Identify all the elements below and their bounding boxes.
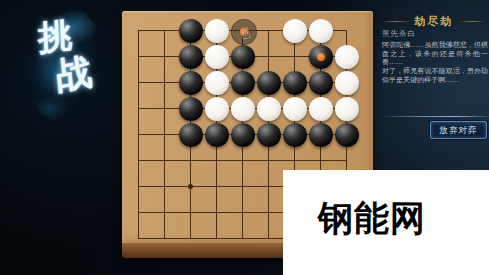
black-stone — [283, 123, 307, 147]
black-stone — [309, 45, 333, 69]
black-stone — [257, 71, 281, 95]
hand-cursor-icon: ☝ — [238, 23, 252, 44]
puzzle-objective: 黑先杀白 — [382, 29, 416, 39]
white-stone — [257, 97, 281, 121]
black-stone — [309, 123, 333, 147]
last-move-marker — [317, 53, 325, 61]
dialog-text-2: 对了，师兄有说不能双活，另外劫似乎是关键的样子啊…… — [382, 67, 488, 84]
white-stone — [231, 97, 255, 121]
black-stone — [231, 45, 255, 69]
white-stone — [205, 97, 229, 121]
black-stone — [179, 97, 203, 121]
black-stone — [283, 71, 307, 95]
puzzle-title: 劫尽劫 — [415, 14, 454, 29]
black-stone — [179, 123, 203, 147]
star-point — [188, 184, 193, 189]
panel-divider — [378, 116, 489, 117]
white-stone — [309, 97, 333, 121]
white-stone — [335, 71, 359, 95]
ghost-stone-preview[interactable]: ☝ — [231, 19, 257, 45]
challenge-banner: 挑 战 — [14, 2, 114, 132]
white-stone — [283, 19, 307, 43]
watermark-box: 钢能网 — [283, 170, 489, 275]
black-stone — [309, 71, 333, 95]
black-stone — [231, 123, 255, 147]
black-stone — [231, 71, 255, 95]
game-screen: 挑 战 ☝ 劫尽劫 黑先杀白 阿弥陀佛……虽然我佛慈悲，但棋盘之上，该杀的还是得… — [0, 0, 489, 275]
white-stone — [335, 97, 359, 121]
black-stone — [179, 45, 203, 69]
give-up-button[interactable]: 放弃对弈 — [430, 121, 487, 139]
banner-char-2: 战 — [54, 47, 95, 102]
black-stone — [335, 123, 359, 147]
dialog-text-1: 阿弥陀佛……虽然我佛慈悲，但棋盘之上，该杀的还是得杀他一番…… — [382, 41, 488, 67]
white-stone — [205, 71, 229, 95]
black-stone — [257, 123, 281, 147]
white-stone — [205, 19, 229, 43]
black-stone — [179, 71, 203, 95]
title-ornament-left — [382, 21, 410, 22]
watermark-text: 钢能网 — [318, 195, 426, 242]
black-stone — [179, 19, 203, 43]
white-stone — [335, 45, 359, 69]
title-ornament-right — [459, 21, 487, 22]
white-stone — [309, 19, 333, 43]
black-stone — [205, 123, 229, 147]
white-stone — [205, 45, 229, 69]
white-stone — [283, 97, 307, 121]
puzzle-title-row: 劫尽劫 — [382, 14, 486, 29]
